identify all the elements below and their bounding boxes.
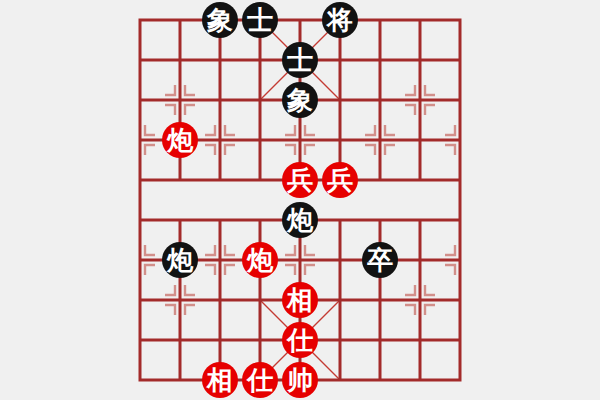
xiangqi-board[interactable]: 象士将士象炮兵兵炮炮炮卒相仕相仕帅: [0, 0, 600, 400]
piece-red-soldier[interactable]: 兵: [282, 162, 318, 198]
piece-red-soldier[interactable]: 兵: [322, 162, 358, 198]
piece-red-general[interactable]: 帅: [282, 362, 318, 398]
piece-black-advisor[interactable]: 士: [242, 2, 278, 38]
piece-black-elephant[interactable]: 象: [202, 2, 238, 38]
piece-black-elephant[interactable]: 象: [282, 82, 318, 118]
piece-black-soldier[interactable]: 卒: [362, 242, 398, 278]
piece-black-cannon[interactable]: 炮: [162, 242, 198, 278]
piece-red-advisor[interactable]: 仕: [242, 362, 278, 398]
piece-black-advisor[interactable]: 士: [282, 42, 318, 78]
piece-red-elephant[interactable]: 相: [282, 282, 318, 318]
piece-black-general[interactable]: 将: [322, 2, 358, 38]
piece-black-cannon[interactable]: 炮: [282, 202, 318, 238]
piece-red-cannon[interactable]: 炮: [242, 242, 278, 278]
piece-red-advisor[interactable]: 仕: [282, 322, 318, 358]
piece-red-cannon[interactable]: 炮: [162, 122, 198, 158]
piece-red-elephant[interactable]: 相: [202, 362, 238, 398]
